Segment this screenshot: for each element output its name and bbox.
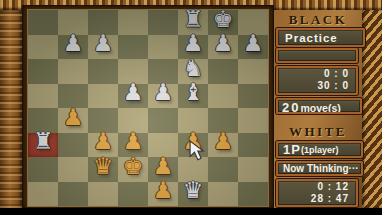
square-b3[interactable] [58,133,88,158]
square-b1[interactable] [58,182,88,207]
black-moves-number: 20 [282,100,300,114]
square-a8[interactable] [28,10,58,35]
white-pawn-e2[interactable]: ♟ [148,154,178,179]
square-h7[interactable]: ♟ [238,35,268,60]
white-player-box: 1P (1player) [276,141,363,158]
square-c6[interactable] [88,59,118,84]
frame-ornament-right [362,10,382,208]
white-pawn-d3[interactable]: ♟ [118,130,148,155]
white-clock-line2: 28 : 47 [278,193,356,205]
square-d5[interactable]: ♟ [118,84,148,109]
square-e1[interactable]: ♟ [148,182,178,207]
square-f5[interactable]: ♝ [178,84,208,109]
square-c5[interactable] [88,84,118,109]
white-status-label: Now Thinking··· [283,163,359,174]
black-knight-f6[interactable]: ♞ [178,56,208,81]
square-c2[interactable]: ♛ [88,157,118,182]
white-queen-c2[interactable]: ♛ [88,154,118,179]
black-name-box [276,48,358,63]
white-pawn-e1[interactable]: ♟ [148,179,178,204]
square-d1[interactable] [118,182,148,207]
square-a2[interactable] [28,157,58,182]
white-player-suffix: (1player) [301,145,339,155]
square-g1[interactable] [208,182,238,207]
mouse-cursor-icon [189,140,211,162]
square-h4[interactable] [238,108,268,133]
square-h1[interactable] [238,182,268,207]
board-frame: ♜♚♟♟♟♟♟♞♟♟♝♟♜♟♟♟♟♛♚♟♟♛ [23,6,273,208]
square-d8[interactable] [118,10,148,35]
square-e7[interactable] [148,35,178,60]
square-g2[interactable] [208,157,238,182]
black-clock-box: 0 : 0 30 : 0 [276,66,358,95]
square-g5[interactable] [208,84,238,109]
black-mode-label: Practice [285,32,338,44]
square-g6[interactable] [208,59,238,84]
info-panel: BLACK Practice 0 : 0 30 : 0 20 move(s) W… [274,10,362,208]
square-g7[interactable]: ♟ [208,35,238,60]
square-e8[interactable] [148,10,178,35]
black-moves-box: 20 move(s) [276,98,362,114]
square-a7[interactable] [28,35,58,60]
square-h5[interactable] [238,84,268,109]
chess-board[interactable]: ♜♚♟♟♟♟♟♞♟♟♝♟♜♟♟♟♟♛♚♟♟♛ [28,10,268,206]
white-pawn-c3[interactable]: ♟ [88,130,118,155]
black-pawn-b7[interactable]: ♟ [58,32,88,57]
square-b2[interactable] [58,157,88,182]
black-pawn-d5[interactable]: ♟ [118,81,148,106]
white-status-box: Now Thinking··· [276,161,363,176]
square-a5[interactable] [28,84,58,109]
white-player-prefix: 1P [283,142,301,157]
black-moves-suffix: move(s) [300,102,340,114]
black-pawn-e5[interactable]: ♟ [148,81,178,106]
black-bishop-f5[interactable]: ♝ [178,81,208,106]
black-rook-a3[interactable]: ♜ [28,130,58,155]
square-a6[interactable] [28,59,58,84]
black-rook-f8[interactable]: ♜ [178,7,208,32]
square-h3[interactable] [238,133,268,158]
square-e4[interactable] [148,108,178,133]
black-pawn-c7[interactable]: ♟ [88,32,118,57]
square-e5[interactable]: ♟ [148,84,178,109]
square-b7[interactable]: ♟ [58,35,88,60]
black-clock-line1: 0 : 0 [278,68,356,80]
black-pawn-h7[interactable]: ♟ [238,32,268,57]
white-panel-title: WHITE [274,124,362,140]
black-pawn-g7[interactable]: ♟ [208,32,238,57]
square-g3[interactable]: ♟ [208,133,238,158]
game-screen: ♜♚♟♟♟♟♟♞♟♟♝♟♜♟♟♟♟♛♚♟♟♛ BLACK Practice 0 … [0,0,382,215]
square-f1[interactable]: ♛ [178,182,208,207]
square-a1[interactable] [28,182,58,207]
square-a3[interactable]: ♜ [28,133,58,158]
black-panel-title: BLACK [274,12,362,28]
square-h6[interactable] [238,59,268,84]
frame-ornament-left [0,10,22,208]
square-b4[interactable]: ♟ [58,108,88,133]
square-h2[interactable] [238,157,268,182]
square-d2[interactable]: ♚ [118,157,148,182]
black-queen-f1[interactable]: ♛ [178,179,208,204]
white-clock-line1: 0 : 12 [278,181,356,193]
white-clock-box: 0 : 12 28 : 47 [276,179,358,207]
black-mode-box: Practice [276,28,365,47]
white-pawn-g3[interactable]: ♟ [208,130,238,155]
square-c1[interactable] [88,182,118,207]
square-d7[interactable] [118,35,148,60]
white-pawn-b4[interactable]: ♟ [58,105,88,130]
black-king-g8[interactable]: ♚ [208,7,238,32]
black-pawn-f7[interactable]: ♟ [178,32,208,57]
black-clock-line2: 30 : 0 [278,80,356,92]
square-b6[interactable] [58,59,88,84]
white-king-d2[interactable]: ♚ [118,154,148,179]
letterbox-bottom [0,208,382,215]
square-c7[interactable]: ♟ [88,35,118,60]
